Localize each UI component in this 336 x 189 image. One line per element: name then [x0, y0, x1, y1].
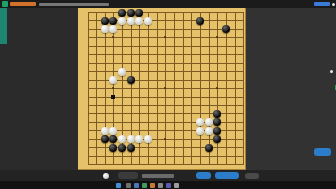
start-button-icon[interactable] — [116, 183, 121, 188]
white-stone — [118, 17, 126, 25]
turn-indicator-white-stone — [103, 173, 109, 179]
taskbar-app-icon[interactable] — [134, 183, 139, 188]
move-counter-pill[interactable] — [118, 172, 138, 179]
white-stone — [205, 118, 213, 126]
app-icon — [2, 1, 8, 7]
square-marker — [111, 95, 115, 99]
black-stone — [101, 135, 109, 143]
white-stone — [101, 127, 109, 135]
black-stone — [213, 118, 221, 126]
black-stone — [222, 25, 230, 33]
black-stone — [118, 9, 126, 17]
gray-button[interactable] — [245, 173, 259, 179]
board-gridline-horizontal — [88, 164, 245, 165]
titlebar-right-dot-icon[interactable] — [332, 3, 335, 6]
white-stone — [101, 25, 109, 33]
board-gridline-horizontal — [88, 105, 245, 106]
taskbar-app-icon[interactable] — [158, 183, 163, 188]
black-stone — [213, 135, 221, 143]
white-stone — [127, 17, 135, 25]
black-stone — [196, 17, 204, 25]
board-gridline-vertical — [200, 12, 201, 165]
blue-button-2[interactable] — [215, 172, 239, 179]
white-stone — [135, 135, 143, 143]
board-gridline-vertical — [183, 12, 184, 165]
white-stone — [196, 127, 204, 135]
taskbar — [0, 181, 336, 189]
black-stone — [101, 17, 109, 25]
white-stone — [109, 25, 117, 33]
white-stone — [118, 135, 126, 143]
white-stone — [196, 118, 204, 126]
status-text-smudge — [142, 174, 174, 178]
white-stone — [118, 68, 126, 76]
title-bar — [0, 0, 336, 8]
black-stone — [127, 76, 135, 84]
board-gridline-vertical — [226, 12, 227, 165]
left-panel — [0, 8, 78, 170]
board-gridline-vertical — [174, 12, 175, 165]
blue-button-1[interactable] — [196, 172, 211, 179]
white-stone — [205, 127, 213, 135]
board-gridline-vertical — [235, 12, 236, 165]
taskbar-app-icon[interactable] — [142, 183, 147, 188]
taskbar-app-icon[interactable] — [150, 183, 155, 188]
black-stone — [135, 9, 143, 17]
panel-blue-button[interactable] — [314, 148, 331, 156]
app-bottom-bar — [0, 170, 336, 181]
black-stone — [127, 144, 135, 152]
white-stone — [144, 135, 152, 143]
black-stone — [213, 110, 221, 118]
white-stone — [109, 76, 117, 84]
white-stone — [109, 127, 117, 135]
board-gridline-vertical — [191, 12, 192, 165]
teal-side-strip — [0, 8, 7, 44]
board-gridline-vertical — [243, 12, 244, 165]
white-stone — [135, 17, 143, 25]
black-stone — [109, 144, 117, 152]
taskbar-app-icon[interactable] — [126, 183, 131, 188]
panel-dot-icon[interactable] — [330, 70, 333, 73]
taskbar-app-icon[interactable] — [166, 183, 171, 188]
go-board[interactable] — [78, 8, 246, 170]
black-stone — [109, 17, 117, 25]
white-stone — [144, 17, 152, 25]
title-text-orange-smudge — [10, 2, 36, 6]
titlebar-right-blue-smudge[interactable] — [314, 2, 330, 6]
black-stone — [118, 144, 126, 152]
black-stone — [213, 127, 221, 135]
board-gridline-horizontal — [88, 156, 245, 157]
board-gridline-vertical — [209, 12, 210, 165]
white-stone — [127, 135, 135, 143]
black-stone — [127, 9, 135, 17]
right-panel — [246, 8, 336, 170]
taskbar-app-icon[interactable] — [174, 183, 179, 188]
black-stone — [109, 135, 117, 143]
black-stone — [205, 144, 213, 152]
title-text-gray-smudge — [39, 3, 109, 6]
